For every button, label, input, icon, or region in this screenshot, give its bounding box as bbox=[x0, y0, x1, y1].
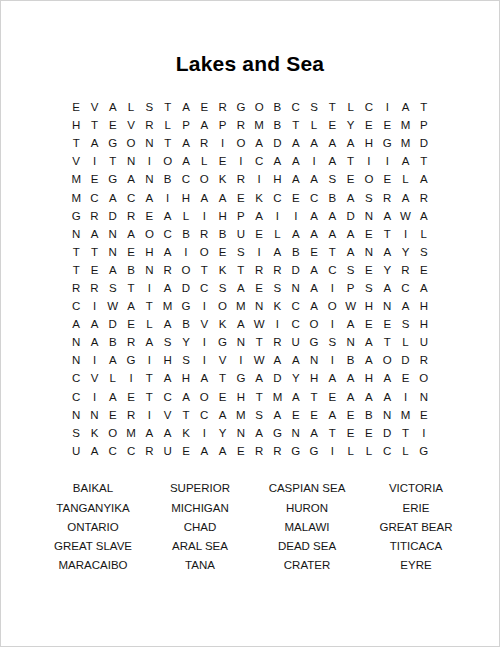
grid-cell: E bbox=[140, 207, 158, 225]
grid-cell: I bbox=[360, 152, 378, 170]
word-item: GREAT SLAVE bbox=[34, 536, 152, 555]
grid-cell: O bbox=[232, 134, 250, 152]
grid-cell: Y bbox=[378, 261, 396, 279]
grid-cell: I bbox=[140, 152, 158, 170]
grid-cell: D bbox=[378, 424, 396, 442]
grid-cell: E bbox=[341, 424, 359, 442]
grid-cell: A bbox=[323, 152, 341, 170]
grid-cell: A bbox=[396, 98, 414, 116]
grid-cell: E bbox=[122, 315, 140, 333]
grid-cell: M bbox=[232, 406, 250, 424]
grid-cell: W bbox=[104, 297, 122, 315]
grid-cell: R bbox=[250, 261, 268, 279]
grid-cell: E bbox=[341, 170, 359, 188]
grid-cell: K bbox=[268, 297, 286, 315]
grid-cell: L bbox=[396, 170, 414, 188]
grid-cell: E bbox=[360, 116, 378, 134]
grid-cell: H bbox=[360, 297, 378, 315]
grid-cell: L bbox=[341, 442, 359, 460]
grid-cell: G bbox=[213, 333, 231, 351]
grid-cell: S bbox=[415, 243, 433, 261]
grid-cell: B bbox=[287, 243, 305, 261]
grid-cell: Y bbox=[213, 424, 231, 442]
grid-cell: C bbox=[195, 406, 213, 424]
word-item: MALAWI bbox=[248, 517, 366, 536]
grid-cell: A bbox=[104, 261, 122, 279]
grid-cell: R bbox=[396, 261, 414, 279]
grid-cell: A bbox=[415, 170, 433, 188]
grid-cell: N bbox=[140, 170, 158, 188]
grid-cell: A bbox=[360, 333, 378, 351]
grid-cell: A bbox=[305, 297, 323, 315]
grid-cell: R bbox=[122, 333, 140, 351]
grid-cell: K bbox=[177, 424, 195, 442]
grid-cell: M bbox=[396, 406, 414, 424]
grid-cell: E bbox=[232, 188, 250, 206]
grid-cell: N bbox=[305, 351, 323, 369]
grid-cell: G bbox=[104, 134, 122, 152]
grid-cell: A bbox=[378, 207, 396, 225]
grid-cell: R bbox=[195, 134, 213, 152]
grid-cell: A bbox=[250, 424, 268, 442]
word-item: GREAT BEAR bbox=[366, 517, 466, 536]
grid-cell: S bbox=[177, 351, 195, 369]
grid-cell: N bbox=[67, 333, 85, 351]
grid-cell: A bbox=[305, 261, 323, 279]
grid-cell: O bbox=[195, 243, 213, 261]
grid-cell: I bbox=[250, 170, 268, 188]
grid-cell: C bbox=[159, 225, 177, 243]
grid-cell: E bbox=[67, 98, 85, 116]
grid-cell: L bbox=[159, 116, 177, 134]
grid-cell: A bbox=[268, 152, 286, 170]
grid-cell: A bbox=[415, 279, 433, 297]
grid-cell: A bbox=[341, 134, 359, 152]
grid-cell: I bbox=[213, 134, 231, 152]
grid-cell: I bbox=[396, 388, 414, 406]
grid-cell: S bbox=[104, 279, 122, 297]
grid-cell: A bbox=[305, 134, 323, 152]
grid-cell: A bbox=[177, 152, 195, 170]
grid-cell: M bbox=[268, 388, 286, 406]
word-item: CASPIAN SEA bbox=[248, 479, 366, 498]
word-item: HURON bbox=[248, 498, 366, 517]
grid-cell: A bbox=[287, 134, 305, 152]
grid-cell: E bbox=[415, 406, 433, 424]
grid-cell: A bbox=[195, 442, 213, 460]
grid-cell: M bbox=[159, 297, 177, 315]
grid-cell: A bbox=[159, 424, 177, 442]
grid-cell: E bbox=[122, 388, 140, 406]
word-item: ONTARIO bbox=[34, 517, 152, 536]
grid-cell: I bbox=[268, 315, 286, 333]
grid-cell: L bbox=[415, 225, 433, 243]
grid-cell: A bbox=[177, 134, 195, 152]
grid-cell: L bbox=[360, 442, 378, 460]
grid-cell: A bbox=[305, 279, 323, 297]
grid-cell: T bbox=[323, 424, 341, 442]
grid-cell: E bbox=[360, 424, 378, 442]
grid-cell: I bbox=[323, 315, 341, 333]
grid-cell: A bbox=[323, 207, 341, 225]
grid-cell: S bbox=[268, 279, 286, 297]
grid-cell: I bbox=[195, 333, 213, 351]
grid-cell: A bbox=[250, 207, 268, 225]
grid-cell: H bbox=[360, 134, 378, 152]
grid-cell: A bbox=[378, 243, 396, 261]
grid-cell: R bbox=[140, 116, 158, 134]
grid-cell: R bbox=[122, 207, 140, 225]
grid-cell: U bbox=[67, 442, 85, 460]
grid-cell: O bbox=[250, 98, 268, 116]
grid-cell: G bbox=[232, 98, 250, 116]
grid-cell: O bbox=[360, 170, 378, 188]
grid-cell: R bbox=[140, 442, 158, 460]
grid-cell: A bbox=[341, 243, 359, 261]
grid-cell: E bbox=[213, 388, 231, 406]
grid-cell: G bbox=[67, 207, 85, 225]
grid-cell: T bbox=[378, 333, 396, 351]
grid-cell: V bbox=[85, 98, 103, 116]
grid-cell: V bbox=[195, 315, 213, 333]
word-item: DEAD SEA bbox=[248, 536, 366, 555]
grid-cell: T bbox=[287, 116, 305, 134]
grid-cell: C bbox=[378, 442, 396, 460]
grid-cell: P bbox=[177, 116, 195, 134]
grid-cell: A bbox=[85, 134, 103, 152]
grid-cell: H bbox=[67, 116, 85, 134]
grid-cell: E bbox=[360, 315, 378, 333]
grid-cell: L bbox=[122, 98, 140, 116]
grid-cell: G bbox=[305, 442, 323, 460]
grid-cell: E bbox=[250, 225, 268, 243]
grid-cell: E bbox=[378, 315, 396, 333]
grid-cell: L bbox=[268, 225, 286, 243]
grid-cell: I bbox=[140, 351, 158, 369]
grid-cell: A bbox=[122, 297, 140, 315]
grid-cell: A bbox=[305, 207, 323, 225]
puzzle-title: Lakes and Sea bbox=[1, 1, 499, 76]
grid-cell: T bbox=[323, 98, 341, 116]
grid-cell: C bbox=[396, 279, 414, 297]
grid-cell: N bbox=[67, 351, 85, 369]
grid-cell: S bbox=[213, 279, 231, 297]
grid-cell: E bbox=[323, 116, 341, 134]
grid-cell: D bbox=[341, 207, 359, 225]
grid-cell: M bbox=[122, 424, 140, 442]
grid-cell: P bbox=[341, 279, 359, 297]
grid-cell: I bbox=[250, 243, 268, 261]
grid-cell: A bbox=[85, 315, 103, 333]
grid-cell: D bbox=[104, 207, 122, 225]
grid-cell: C bbox=[287, 297, 305, 315]
grid-cell: T bbox=[67, 261, 85, 279]
grid-cell: R bbox=[159, 261, 177, 279]
grid-cell: I bbox=[305, 152, 323, 170]
grid-cell: A bbox=[177, 98, 195, 116]
grid-cell: D bbox=[268, 369, 286, 387]
grid-cell: O bbox=[104, 424, 122, 442]
grid-cell: D bbox=[268, 134, 286, 152]
grid-cell: H bbox=[177, 369, 195, 387]
grid-cell: W bbox=[396, 207, 414, 225]
letter-grid: EVALSTAERGOBCSTLCIATHTEVRLPAPRMBTLEYEEMP… bbox=[1, 98, 499, 460]
grid-cell: A bbox=[159, 207, 177, 225]
word-item: ARAL SEA bbox=[152, 536, 248, 555]
grid-cell: G bbox=[305, 333, 323, 351]
grid-cell: A bbox=[177, 388, 195, 406]
grid-cell: N bbox=[140, 261, 158, 279]
grid-cell: D bbox=[415, 134, 433, 152]
grid-cell: R bbox=[67, 279, 85, 297]
grid-cell: S bbox=[67, 424, 85, 442]
grid-cell: S bbox=[232, 243, 250, 261]
grid-cell: A bbox=[250, 134, 268, 152]
puzzle-page: Lakes and Sea EVALSTAERGOBCSTLCIATHTEVRL… bbox=[0, 0, 500, 647]
grid-cell: R bbox=[122, 406, 140, 424]
word-list: BAIKALSUPERIORCASPIAN SEAVICTORIATANGANY… bbox=[1, 479, 499, 575]
grid-cell: T bbox=[85, 116, 103, 134]
grid-cell: I bbox=[85, 388, 103, 406]
grid-cell: A bbox=[378, 369, 396, 387]
grid-cell: R bbox=[268, 333, 286, 351]
grid-cell: R bbox=[85, 279, 103, 297]
grid-cell: H bbox=[305, 369, 323, 387]
grid-cell: N bbox=[140, 134, 158, 152]
grid-cell: A bbox=[104, 351, 122, 369]
grid-cell: N bbox=[104, 243, 122, 261]
grid-cell: S bbox=[159, 333, 177, 351]
grid-cell: I bbox=[323, 279, 341, 297]
grid-cell: A bbox=[268, 243, 286, 261]
grid-cell: I bbox=[85, 297, 103, 315]
grid-cell: O bbox=[213, 297, 231, 315]
grid-cell: A bbox=[195, 116, 213, 134]
grid-cell: A bbox=[159, 243, 177, 261]
grid-cell: P bbox=[415, 116, 433, 134]
grid-cell: O bbox=[195, 170, 213, 188]
grid-cell: I bbox=[378, 98, 396, 116]
grid-cell: R bbox=[232, 116, 250, 134]
grid-cell: E bbox=[415, 261, 433, 279]
grid-cell: U bbox=[287, 333, 305, 351]
grid-cell: E bbox=[287, 188, 305, 206]
grid-cell: R bbox=[250, 442, 268, 460]
grid-cell: A bbox=[67, 315, 85, 333]
grid-cell: E bbox=[323, 388, 341, 406]
grid-cell: E bbox=[104, 406, 122, 424]
grid-cell: M bbox=[67, 170, 85, 188]
grid-cell: N bbox=[104, 225, 122, 243]
grid-cell: H bbox=[159, 351, 177, 369]
grid-cell: A bbox=[287, 170, 305, 188]
grid-cell: Y bbox=[177, 333, 195, 351]
grid-cell: A bbox=[341, 369, 359, 387]
grid-cell: I bbox=[85, 152, 103, 170]
grid-cell: E bbox=[195, 98, 213, 116]
grid-cell: S bbox=[360, 279, 378, 297]
grid-cell: A bbox=[268, 351, 286, 369]
grid-cell: L bbox=[341, 98, 359, 116]
grid-cell: A bbox=[360, 388, 378, 406]
grid-cell: M bbox=[396, 116, 414, 134]
grid-cell: T bbox=[341, 152, 359, 170]
grid-cell: S bbox=[323, 170, 341, 188]
grid-cell: L bbox=[177, 207, 195, 225]
word-item: EYRE bbox=[366, 556, 466, 575]
grid-cell: E bbox=[232, 442, 250, 460]
grid-cell: O bbox=[140, 225, 158, 243]
grid-cell: A bbox=[341, 315, 359, 333]
word-item: TITICACA bbox=[366, 536, 466, 555]
word-item: TANGANYIKA bbox=[34, 498, 152, 517]
grid-cell: B bbox=[268, 116, 286, 134]
grid-cell: B bbox=[122, 261, 140, 279]
grid-cell: O bbox=[195, 388, 213, 406]
grid-cell: T bbox=[104, 152, 122, 170]
grid-cell: L bbox=[195, 152, 213, 170]
grid-cell: E bbox=[341, 406, 359, 424]
word-item: CHAD bbox=[152, 517, 248, 536]
grid-cell: M bbox=[396, 134, 414, 152]
grid-cell: E bbox=[287, 406, 305, 424]
grid-cell: H bbox=[415, 297, 433, 315]
grid-cell: I bbox=[195, 351, 213, 369]
grid-cell: A bbox=[287, 388, 305, 406]
grid-cell: I bbox=[159, 188, 177, 206]
grid-cell: D bbox=[104, 315, 122, 333]
grid-cell: A bbox=[85, 442, 103, 460]
grid-cell: A bbox=[104, 188, 122, 206]
grid-cell: E bbox=[85, 261, 103, 279]
grid-cell: E bbox=[378, 170, 396, 188]
grid-cell: W bbox=[250, 315, 268, 333]
grid-cell: I bbox=[195, 424, 213, 442]
grid-cell: A bbox=[195, 188, 213, 206]
grid-cell: N bbox=[67, 225, 85, 243]
grid-cell: A bbox=[396, 297, 414, 315]
grid-cell: B bbox=[213, 225, 231, 243]
grid-cell: I bbox=[232, 152, 250, 170]
grid-cell: R bbox=[85, 207, 103, 225]
grid-cell: A bbox=[159, 315, 177, 333]
grid-cell: L bbox=[140, 315, 158, 333]
grid-cell: A bbox=[360, 351, 378, 369]
grid-cell: T bbox=[396, 424, 414, 442]
grid-cell: R bbox=[415, 188, 433, 206]
grid-cell: A bbox=[85, 333, 103, 351]
grid-cell: C bbox=[268, 188, 286, 206]
grid-cell: C bbox=[67, 369, 85, 387]
grid-cell: S bbox=[360, 188, 378, 206]
grid-cell: I bbox=[268, 207, 286, 225]
grid-cell: B bbox=[341, 351, 359, 369]
grid-cell: H bbox=[232, 388, 250, 406]
grid-cell: A bbox=[396, 188, 414, 206]
grid-cell: A bbox=[287, 152, 305, 170]
word-item: MARACAIBO bbox=[34, 556, 152, 575]
grid-cell: A bbox=[232, 315, 250, 333]
grid-cell: N bbox=[232, 333, 250, 351]
grid-cell: T bbox=[195, 261, 213, 279]
grid-cell: A bbox=[213, 188, 231, 206]
grid-cell: T bbox=[378, 225, 396, 243]
grid-cell: I bbox=[85, 351, 103, 369]
grid-cell: E bbox=[396, 369, 414, 387]
grid-cell: T bbox=[177, 406, 195, 424]
grid-cell: A bbox=[104, 98, 122, 116]
grid-cell: E bbox=[305, 406, 323, 424]
grid-cell: G bbox=[177, 297, 195, 315]
grid-cell: A bbox=[232, 279, 250, 297]
grid-cell: T bbox=[250, 388, 268, 406]
grid-cell: B bbox=[177, 225, 195, 243]
grid-cell: O bbox=[323, 297, 341, 315]
grid-cell: N bbox=[232, 424, 250, 442]
grid-cell: E bbox=[104, 116, 122, 134]
grid-cell: I bbox=[323, 351, 341, 369]
grid-cell: A bbox=[378, 388, 396, 406]
grid-cell: E bbox=[213, 152, 231, 170]
grid-cell: N bbox=[85, 406, 103, 424]
grid-cell: B bbox=[159, 170, 177, 188]
grid-cell: T bbox=[232, 261, 250, 279]
grid-cell: V bbox=[159, 406, 177, 424]
grid-cell: R bbox=[213, 98, 231, 116]
grid-cell: A bbox=[122, 225, 140, 243]
grid-cell: C bbox=[287, 315, 305, 333]
grid-cell: R bbox=[232, 170, 250, 188]
word-item: BAIKAL bbox=[34, 479, 152, 498]
grid-cell: C bbox=[122, 188, 140, 206]
grid-cell: L bbox=[305, 116, 323, 134]
grid-cell: E bbox=[360, 225, 378, 243]
grid-cell: R bbox=[195, 225, 213, 243]
grid-cell: Y bbox=[396, 243, 414, 261]
grid-cell: O bbox=[122, 134, 140, 152]
grid-cell: M bbox=[67, 188, 85, 206]
grid-cell: A bbox=[396, 152, 414, 170]
grid-cell: A bbox=[140, 424, 158, 442]
grid-cell: G bbox=[415, 442, 433, 460]
grid-cell: E bbox=[378, 116, 396, 134]
grid-cell: N bbox=[378, 297, 396, 315]
grid-cell: A bbox=[140, 188, 158, 206]
grid-cell: I bbox=[195, 207, 213, 225]
grid-cell: V bbox=[213, 351, 231, 369]
grid-cell: N bbox=[67, 406, 85, 424]
grid-cell: T bbox=[159, 134, 177, 152]
grid-cell: N bbox=[287, 424, 305, 442]
grid-cell: I bbox=[195, 297, 213, 315]
grid-cell: A bbox=[323, 225, 341, 243]
grid-cell: I bbox=[287, 207, 305, 225]
grid-cell: P bbox=[232, 207, 250, 225]
grid-cell: U bbox=[159, 442, 177, 460]
grid-cell: C bbox=[287, 98, 305, 116]
grid-cell: K bbox=[213, 261, 231, 279]
grid-cell: G bbox=[378, 134, 396, 152]
grid-cell: A bbox=[341, 188, 359, 206]
grid-cell: A bbox=[323, 134, 341, 152]
grid-cell: T bbox=[213, 369, 231, 387]
grid-cell: I bbox=[378, 152, 396, 170]
grid-cell: A bbox=[341, 225, 359, 243]
grid-cell: V bbox=[67, 152, 85, 170]
grid-cell: A bbox=[415, 207, 433, 225]
grid-cell: B bbox=[177, 315, 195, 333]
grid-cell: H bbox=[140, 243, 158, 261]
